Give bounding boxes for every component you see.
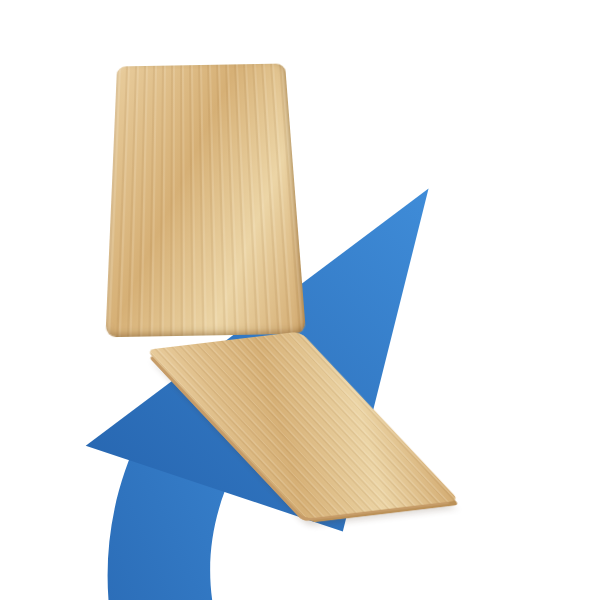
pit-lower-right-1[interactable]	[243, 346, 327, 386]
pit-upper-left-2[interactable]	[131, 164, 193, 222]
pit-grid-upper	[118, 78, 293, 324]
pit-upper-right-3[interactable]	[214, 244, 281, 308]
seed-stone	[218, 405, 235, 413]
seed-stone	[175, 354, 227, 360]
product-photo-scene	[0, 0, 600, 600]
seed-stone	[175, 354, 227, 360]
seed-stone	[243, 346, 295, 352]
seed-stone	[295, 495, 321, 507]
pit-upper-right-2[interactable]	[212, 163, 276, 221]
mancala-store-far[interactable]	[127, 73, 276, 76]
mancala-board-upper-half	[105, 64, 306, 338]
pit-lower-right-2[interactable]	[286, 392, 370, 432]
seed-stone	[330, 438, 382, 444]
pit-lower-left-1[interactable]	[175, 354, 259, 394]
seed-stone	[175, 354, 227, 360]
seed-stone	[243, 346, 295, 352]
pit-lower-left-2[interactable]	[218, 400, 302, 440]
pit-lower-right-3[interactable]	[330, 438, 414, 478]
pit-upper-right-1[interactable]	[211, 89, 271, 141]
seed-stone	[243, 346, 295, 352]
seed-stone	[286, 396, 314, 409]
seed-stone	[330, 438, 382, 444]
seed-stone	[262, 450, 287, 461]
seed-stone	[330, 438, 382, 444]
pit-lower-left-3[interactable]	[262, 446, 346, 486]
pit-upper-left-3[interactable]	[129, 246, 195, 310]
pit-upper-left-1[interactable]	[134, 90, 193, 142]
